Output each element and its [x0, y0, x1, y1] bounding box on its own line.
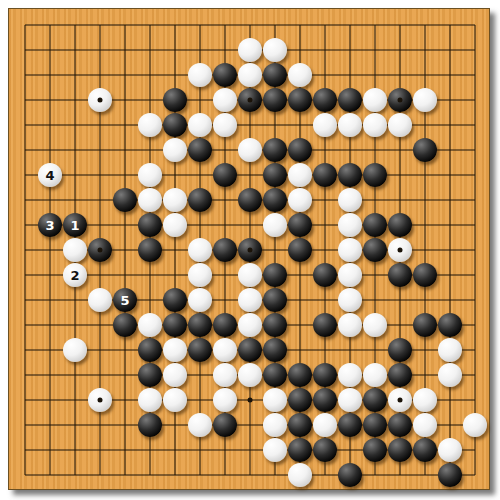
- stone-white[interactable]: [163, 338, 187, 362]
- stone-black[interactable]: [438, 463, 462, 487]
- stone-white[interactable]: [288, 463, 312, 487]
- stone-white[interactable]: [338, 213, 362, 237]
- stone-black[interactable]: [263, 263, 287, 287]
- stone-black[interactable]: [288, 438, 312, 462]
- stone-black[interactable]: [438, 313, 462, 337]
- stone-white[interactable]: [213, 113, 237, 137]
- stone-black[interactable]: [138, 413, 162, 437]
- stone-black[interactable]: [313, 88, 337, 112]
- stone-white[interactable]: [338, 288, 362, 312]
- stone-white[interactable]: [238, 313, 262, 337]
- stone-white[interactable]: [338, 113, 362, 137]
- stone-white[interactable]: [338, 388, 362, 412]
- stone-white[interactable]: [413, 88, 437, 112]
- stone-black[interactable]: [263, 63, 287, 87]
- stone-black[interactable]: [363, 238, 387, 262]
- stone-black[interactable]: [263, 88, 287, 112]
- stone-black[interactable]: [163, 113, 187, 137]
- stone-black[interactable]: [263, 313, 287, 337]
- stone-white[interactable]: [338, 188, 362, 212]
- stone-black[interactable]: [213, 413, 237, 437]
- stone-black[interactable]: [313, 438, 337, 462]
- star-point: [98, 248, 103, 253]
- stone-black[interactable]: [313, 263, 337, 287]
- stone-white[interactable]: [63, 338, 87, 362]
- stone-white[interactable]: [438, 363, 462, 387]
- star-point: [398, 398, 403, 403]
- stone-black[interactable]: [213, 238, 237, 262]
- star-point: [98, 398, 103, 403]
- stone-black[interactable]: [288, 138, 312, 162]
- stone-white[interactable]: [338, 313, 362, 337]
- stone-black[interactable]: [163, 313, 187, 337]
- stone-white[interactable]: [388, 113, 412, 137]
- stone-white[interactable]: [338, 263, 362, 287]
- stone-black[interactable]: [213, 163, 237, 187]
- stone-black[interactable]: [288, 413, 312, 437]
- stone-black[interactable]: [363, 413, 387, 437]
- stone-black[interactable]: [288, 363, 312, 387]
- stone-black[interactable]: [413, 438, 437, 462]
- stone-black[interactable]: [413, 263, 437, 287]
- go-app: 43125: [0, 0, 500, 500]
- stone-white[interactable]: [163, 213, 187, 237]
- star-point: [398, 98, 403, 103]
- stone-black[interactable]: [388, 263, 412, 287]
- stone-black[interactable]: [363, 438, 387, 462]
- stone-white[interactable]: [438, 338, 462, 362]
- stone-black[interactable]: [188, 138, 212, 162]
- stone-black[interactable]: [113, 188, 137, 212]
- stone-white[interactable]: [213, 338, 237, 362]
- stone-black[interactable]: [413, 138, 437, 162]
- stone-white[interactable]: [138, 313, 162, 337]
- stone-black[interactable]: [363, 388, 387, 412]
- stone-white[interactable]: [188, 288, 212, 312]
- star-point: [248, 248, 253, 253]
- stone-black[interactable]: [288, 238, 312, 262]
- stone-white[interactable]: [188, 413, 212, 437]
- stone-white[interactable]: [138, 163, 162, 187]
- stone-white[interactable]: [138, 388, 162, 412]
- stone-white[interactable]: [213, 388, 237, 412]
- stone-black[interactable]: [213, 313, 237, 337]
- stone-black[interactable]: [188, 188, 212, 212]
- stone-white[interactable]: [213, 88, 237, 112]
- stone-black[interactable]: [338, 413, 362, 437]
- stone-white[interactable]: [413, 388, 437, 412]
- stone-black[interactable]: [263, 163, 287, 187]
- stone-black[interactable]: [288, 88, 312, 112]
- star-point: [248, 398, 253, 403]
- stone-white[interactable]: [238, 363, 262, 387]
- stone-white[interactable]: [213, 363, 237, 387]
- stone-white[interactable]: [463, 413, 487, 437]
- stone-white-move-4[interactable]: 4: [38, 163, 62, 187]
- stone-black[interactable]: [263, 188, 287, 212]
- stone-white[interactable]: [363, 363, 387, 387]
- stone-black[interactable]: [188, 338, 212, 362]
- stone-black-move-1[interactable]: 1: [63, 213, 87, 237]
- stone-white[interactable]: [363, 88, 387, 112]
- stone-white[interactable]: [288, 188, 312, 212]
- stone-black[interactable]: [263, 338, 287, 362]
- stone-white[interactable]: [188, 113, 212, 137]
- stone-black[interactable]: [263, 363, 287, 387]
- stone-white[interactable]: [338, 363, 362, 387]
- stone-white[interactable]: [63, 238, 87, 262]
- stone-black[interactable]: [213, 63, 237, 87]
- stone-black[interactable]: [313, 163, 337, 187]
- stone-white[interactable]: [188, 63, 212, 87]
- stone-black[interactable]: [163, 88, 187, 112]
- stone-black[interactable]: [238, 338, 262, 362]
- stone-black[interactable]: [338, 88, 362, 112]
- stone-white[interactable]: [138, 113, 162, 137]
- stone-black[interactable]: [238, 188, 262, 212]
- stone-white[interactable]: [188, 238, 212, 262]
- stone-black[interactable]: [338, 163, 362, 187]
- stone-black[interactable]: [388, 213, 412, 237]
- stone-white[interactable]: [88, 288, 112, 312]
- stone-black[interactable]: [363, 163, 387, 187]
- stone-black[interactable]: [313, 313, 337, 337]
- stone-white[interactable]: [163, 138, 187, 162]
- stone-white[interactable]: [138, 188, 162, 212]
- stone-white[interactable]: [288, 63, 312, 87]
- stone-white[interactable]: [363, 313, 387, 337]
- stone-white[interactable]: [413, 413, 437, 437]
- stone-black[interactable]: [188, 313, 212, 337]
- stone-black[interactable]: [388, 338, 412, 362]
- stone-white[interactable]: [313, 113, 337, 137]
- stone-black[interactable]: [388, 438, 412, 462]
- stone-black[interactable]: [113, 313, 137, 337]
- stone-white[interactable]: [238, 63, 262, 87]
- stone-black[interactable]: [138, 363, 162, 387]
- stone-black[interactable]: [313, 363, 337, 387]
- stone-white[interactable]: [238, 38, 262, 62]
- stone-white[interactable]: [288, 163, 312, 187]
- stone-black[interactable]: [138, 338, 162, 362]
- stone-white[interactable]: [338, 238, 362, 262]
- stone-white[interactable]: [263, 38, 287, 62]
- star-point: [98, 98, 103, 103]
- stone-white[interactable]: [188, 263, 212, 287]
- stone-black[interactable]: [288, 213, 312, 237]
- stone-white[interactable]: [238, 263, 262, 287]
- stone-white[interactable]: [263, 438, 287, 462]
- stone-white[interactable]: [163, 363, 187, 387]
- stone-white[interactable]: [238, 288, 262, 312]
- stone-black[interactable]: [163, 288, 187, 312]
- stone-white[interactable]: [163, 388, 187, 412]
- stone-black[interactable]: [138, 238, 162, 262]
- stone-black[interactable]: [313, 388, 337, 412]
- stone-black[interactable]: [288, 388, 312, 412]
- stone-black[interactable]: [363, 213, 387, 237]
- stone-white-move-2[interactable]: 2: [63, 263, 87, 287]
- stone-black-move-5[interactable]: 5: [113, 288, 137, 312]
- stone-black[interactable]: [338, 463, 362, 487]
- stone-black[interactable]: [263, 288, 287, 312]
- stone-black[interactable]: [388, 413, 412, 437]
- stone-white[interactable]: [263, 388, 287, 412]
- stone-white[interactable]: [263, 413, 287, 437]
- stone-white[interactable]: [238, 138, 262, 162]
- stone-black[interactable]: [413, 313, 437, 337]
- go-board[interactable]: 43125: [8, 8, 490, 490]
- stone-white[interactable]: [163, 188, 187, 212]
- stone-black-move-3[interactable]: 3: [38, 213, 62, 237]
- stone-white[interactable]: [438, 438, 462, 462]
- stone-black[interactable]: [263, 138, 287, 162]
- stone-black[interactable]: [388, 363, 412, 387]
- star-point: [248, 98, 253, 103]
- stone-white[interactable]: [313, 413, 337, 437]
- stone-black[interactable]: [138, 213, 162, 237]
- stone-white[interactable]: [363, 113, 387, 137]
- star-point: [398, 248, 403, 253]
- stone-white[interactable]: [263, 213, 287, 237]
